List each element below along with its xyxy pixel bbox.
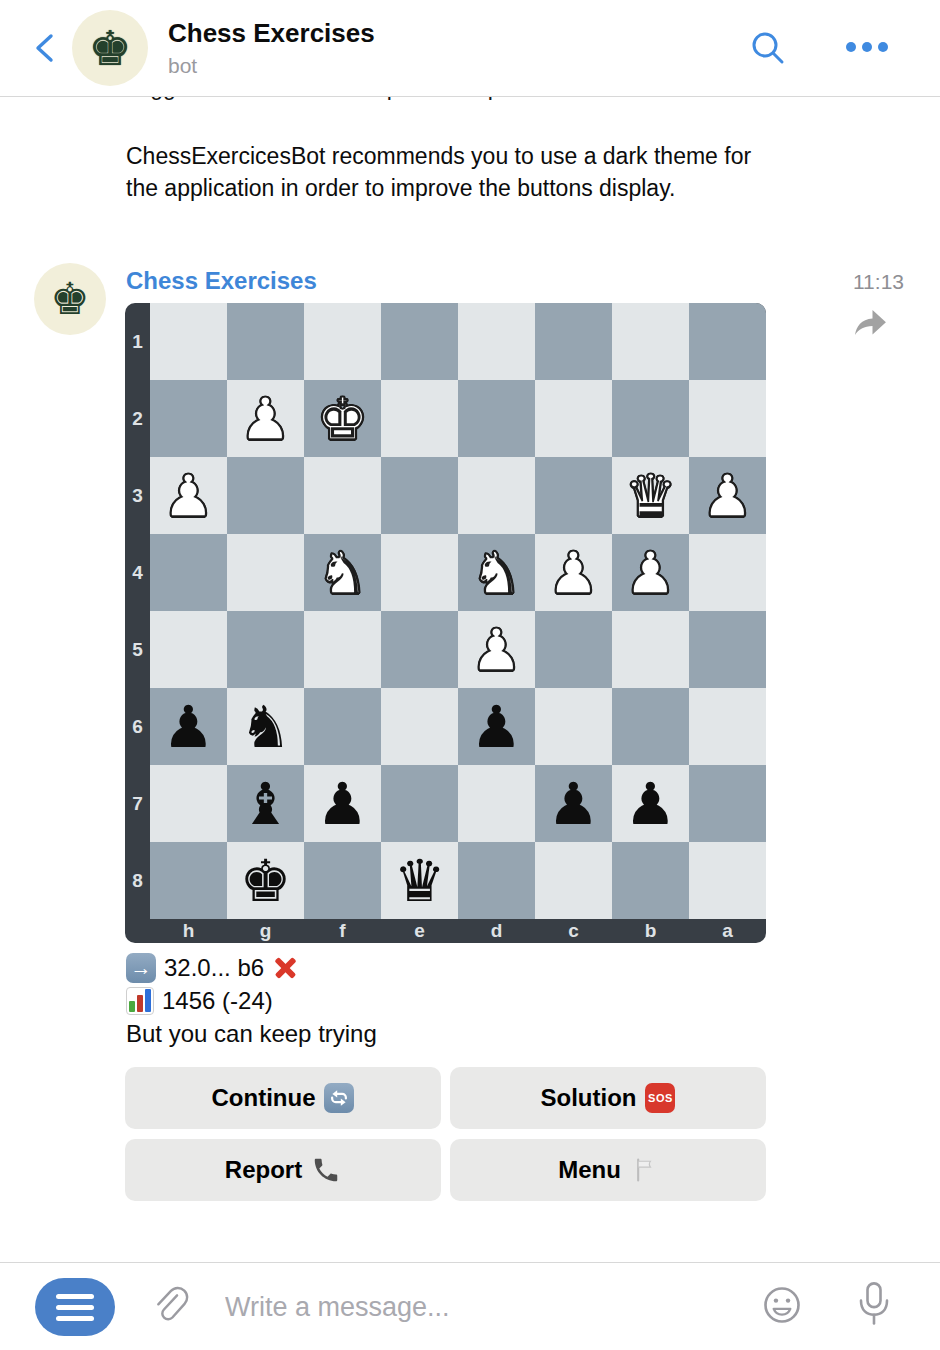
square-h2 xyxy=(150,380,227,457)
rank-labels: 12345678 xyxy=(125,303,150,919)
square-d8 xyxy=(458,842,535,919)
square-b3: ♛ xyxy=(612,457,689,534)
square-d4: ♞ xyxy=(458,534,535,611)
piece-bB: ♝ xyxy=(240,775,292,833)
piece-wP: ♟ xyxy=(548,544,600,602)
square-h5 xyxy=(150,611,227,688)
forward-share-icon[interactable] xyxy=(848,303,890,345)
square-f3 xyxy=(304,457,381,534)
move-text: 32.0... b6 xyxy=(164,954,264,982)
solution-button[interactable]: Solution SOS xyxy=(450,1067,766,1129)
file-label-e: e xyxy=(381,919,458,943)
telegram-chat-screen: suggestions to the developers to improve… xyxy=(0,0,940,1350)
chess-board-image[interactable]: 12345678 ♟♚♟♛♟♞♞♟♟♟♟♞♟♝♟♟♟♚♛ hgfedcba xyxy=(125,303,766,943)
square-g1 xyxy=(227,303,304,380)
square-f6 xyxy=(304,688,381,765)
square-b4: ♟ xyxy=(612,534,689,611)
square-a7 xyxy=(689,765,766,842)
message-composer xyxy=(0,1262,940,1350)
chat-subtitle: bot xyxy=(168,54,197,78)
square-h3: ♟ xyxy=(150,457,227,534)
rating-text: 1456 (-24) xyxy=(162,987,273,1015)
square-e6 xyxy=(381,688,458,765)
square-g5 xyxy=(227,611,304,688)
menu-button[interactable]: Menu xyxy=(450,1139,766,1201)
piece-wN: ♞ xyxy=(471,544,523,602)
square-c6 xyxy=(535,688,612,765)
square-h6: ♟ xyxy=(150,688,227,765)
piece-wP: ♟ xyxy=(163,467,215,525)
rating-line: 1456 (-24) xyxy=(126,984,377,1017)
square-a6 xyxy=(689,688,766,765)
piece-bP: ♟ xyxy=(471,698,523,756)
rank-label-8: 8 xyxy=(125,842,150,919)
rank-label-3: 3 xyxy=(125,457,150,534)
square-g8: ♚ xyxy=(227,842,304,919)
square-h7 xyxy=(150,765,227,842)
arrow-right-icon: → xyxy=(126,953,156,983)
rank-label-4: 4 xyxy=(125,534,150,611)
square-e4 xyxy=(381,534,458,611)
piece-bP: ♟ xyxy=(317,775,369,833)
square-a4 xyxy=(689,534,766,611)
piece-bP: ♟ xyxy=(548,775,600,833)
encourage-text: But you can keep trying xyxy=(126,1020,377,1048)
square-e8: ♛ xyxy=(381,842,458,919)
piece-bP: ♟ xyxy=(163,698,215,756)
encourage-line: But you can keep trying xyxy=(126,1017,377,1050)
bot-menu-button[interactable] xyxy=(35,1278,115,1336)
square-a5 xyxy=(689,611,766,688)
board-squares: ♟♚♟♛♟♞♞♟♟♟♟♞♟♝♟♟♟♚♛ xyxy=(150,303,766,919)
cross-mark-icon xyxy=(272,954,299,981)
continue-button[interactable]: Continue xyxy=(125,1067,441,1129)
square-d5: ♟ xyxy=(458,611,535,688)
phone-icon xyxy=(311,1155,341,1185)
square-e2 xyxy=(381,380,458,457)
chess-piece-avatar-icon: ♚ xyxy=(88,24,131,72)
square-c3 xyxy=(535,457,612,534)
bar-chart-icon xyxy=(126,987,154,1015)
chess-piece-avatar-icon: ♚ xyxy=(50,277,89,321)
square-g4 xyxy=(227,534,304,611)
square-d3 xyxy=(458,457,535,534)
piece-wP: ♟ xyxy=(625,544,677,602)
square-d6: ♟ xyxy=(458,688,535,765)
square-e5 xyxy=(381,611,458,688)
square-a2 xyxy=(689,380,766,457)
file-label-h: h xyxy=(150,919,227,943)
rank-label-7: 7 xyxy=(125,765,150,842)
file-label-a: a xyxy=(689,919,766,943)
file-label-c: c xyxy=(535,919,612,943)
square-a1 xyxy=(689,303,766,380)
inline-keyboard: Continue Solution SOS Report Menu xyxy=(125,1067,766,1201)
message-time: 11:13 xyxy=(853,270,904,294)
piece-bP: ♟ xyxy=(625,775,677,833)
square-b2 xyxy=(612,380,689,457)
message-input[interactable] xyxy=(225,1281,725,1333)
square-e7 xyxy=(381,765,458,842)
file-label-b: b xyxy=(612,919,689,943)
square-c7: ♟ xyxy=(535,765,612,842)
move-line: → 32.0... b6 xyxy=(126,951,377,984)
square-h8 xyxy=(150,842,227,919)
more-options-icon[interactable] xyxy=(846,42,888,52)
rank-label-6: 6 xyxy=(125,688,150,765)
microphone-icon[interactable] xyxy=(852,1279,896,1331)
piece-bK: ♚ xyxy=(240,852,292,910)
square-a8 xyxy=(689,842,766,919)
message-caption: → 32.0... b6 1456 (-24) But you can keep… xyxy=(126,951,377,1050)
square-f7: ♟ xyxy=(304,765,381,842)
sos-icon: SOS xyxy=(645,1083,675,1113)
square-e1 xyxy=(381,303,458,380)
square-c8 xyxy=(535,842,612,919)
rank-label-1: 1 xyxy=(125,303,150,380)
square-b7: ♟ xyxy=(612,765,689,842)
chat-title[interactable]: Chess Exercises xyxy=(168,18,375,49)
square-f1 xyxy=(304,303,381,380)
back-icon[interactable] xyxy=(30,32,60,64)
square-g3 xyxy=(227,457,304,534)
emoji-icon[interactable] xyxy=(760,1283,804,1327)
message-theme-note: ChessExercicesBot recommends you to use … xyxy=(126,140,754,204)
rank-label-5: 5 xyxy=(125,611,150,688)
square-b8 xyxy=(612,842,689,919)
square-f8 xyxy=(304,842,381,919)
file-labels: hgfedcba xyxy=(150,919,766,943)
attach-icon[interactable] xyxy=(150,1283,196,1333)
square-d1 xyxy=(458,303,535,380)
report-label: Report xyxy=(225,1156,302,1184)
rank-label-2: 2 xyxy=(125,380,150,457)
file-label-d: d xyxy=(458,919,535,943)
flag-icon xyxy=(630,1156,658,1184)
message-avatar[interactable]: ♚ xyxy=(34,263,106,335)
solution-label: Solution xyxy=(541,1084,637,1112)
search-icon[interactable] xyxy=(748,28,788,68)
square-d2 xyxy=(458,380,535,457)
square-f4: ♞ xyxy=(304,534,381,611)
piece-bN: ♞ xyxy=(240,698,292,756)
piece-wK: ♚ xyxy=(317,390,369,448)
square-d7 xyxy=(458,765,535,842)
piece-wP: ♟ xyxy=(240,390,292,448)
repeat-icon xyxy=(324,1083,354,1113)
square-b1 xyxy=(612,303,689,380)
square-h1 xyxy=(150,303,227,380)
square-f2: ♚ xyxy=(304,380,381,457)
piece-wN: ♞ xyxy=(317,544,369,602)
square-g7: ♝ xyxy=(227,765,304,842)
square-f5 xyxy=(304,611,381,688)
sender-name[interactable]: Chess Exercises xyxy=(126,267,317,295)
file-label-f: f xyxy=(304,919,381,943)
bot-avatar[interactable]: ♚ xyxy=(72,10,148,86)
piece-wP: ♟ xyxy=(471,621,523,679)
square-c4: ♟ xyxy=(535,534,612,611)
file-label-g: g xyxy=(227,919,304,943)
report-button[interactable]: Report xyxy=(125,1139,441,1201)
piece-bQ: ♛ xyxy=(394,852,446,910)
square-b6 xyxy=(612,688,689,765)
piece-wP: ♟ xyxy=(702,467,754,525)
square-a3: ♟ xyxy=(689,457,766,534)
square-h4 xyxy=(150,534,227,611)
continue-label: Continue xyxy=(212,1084,316,1112)
square-g6: ♞ xyxy=(227,688,304,765)
square-g2: ♟ xyxy=(227,380,304,457)
square-c1 xyxy=(535,303,612,380)
menu-label: Menu xyxy=(558,1156,621,1184)
piece-wQ: ♛ xyxy=(625,467,677,525)
square-e3 xyxy=(381,457,458,534)
square-c5 xyxy=(535,611,612,688)
square-b5 xyxy=(612,611,689,688)
square-c2 xyxy=(535,380,612,457)
chat-header: ♚ Chess Exercises bot xyxy=(0,0,940,97)
